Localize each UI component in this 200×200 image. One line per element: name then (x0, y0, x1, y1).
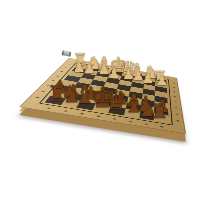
frame-dot (113, 118, 116, 120)
hinge-icon (62, 50, 72, 56)
piece-white-pawn-g2[interactable]: ♟ (83, 61, 96, 75)
frame-dot (47, 107, 51, 109)
frame-dot (81, 113, 84, 115)
piece-white-pawn-e2[interactable]: ♟ (108, 66, 121, 80)
frame-dot (174, 101, 176, 102)
frame-dot (60, 71, 63, 72)
frame-dot (174, 96, 176, 97)
frame-dot (68, 64, 70, 65)
piece-white-pawn-a2[interactable]: ♟ (156, 74, 168, 88)
frame-dot (35, 97, 39, 98)
frame-dot (176, 120, 178, 122)
frame-dot (145, 123, 148, 125)
frame-dot (64, 110, 68, 112)
frame-dot (172, 83, 174, 84)
frame-dot (41, 91, 44, 92)
frame-dot (160, 126, 163, 128)
piece-black-rook-a8[interactable]: ♜ (150, 100, 169, 121)
frame-dot (173, 91, 175, 92)
frame-dot (173, 87, 175, 88)
photo-background: ♜♞♝♚♛♝♞♜♟♟♟♟♟♟♟♟♟♟♟♟♟♟♟♟♜♞♝♚♛♝♞♜ (0, 0, 200, 200)
frame-dot (175, 107, 177, 108)
frame-dot (176, 113, 178, 114)
frame-dot (97, 115, 100, 117)
frame-dot (129, 121, 132, 123)
frame-dot (64, 67, 67, 68)
piece-white-pawn-b2[interactable]: ♟ (142, 73, 154, 87)
